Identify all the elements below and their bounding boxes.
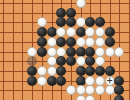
- white-stone: [85, 37, 95, 47]
- white-stone: [37, 17, 47, 27]
- black-stone: [105, 27, 115, 37]
- white-stone: [105, 85, 115, 95]
- black-stone: [114, 85, 124, 95]
- black-stone: [27, 76, 37, 86]
- white-stone: [85, 76, 95, 86]
- black-stone: [105, 66, 115, 76]
- white-stone: [95, 85, 105, 95]
- black-stone: [85, 66, 95, 76]
- white-stone: [76, 56, 86, 66]
- black-stone: [85, 56, 95, 66]
- black-stone: [95, 66, 105, 76]
- white-stone: [47, 37, 57, 47]
- white-stone: [105, 47, 115, 57]
- black-stone: [56, 66, 66, 76]
- black-stone: [47, 27, 57, 37]
- white-stone: [37, 66, 47, 76]
- black-stone: [76, 66, 86, 76]
- black-stone: [47, 76, 57, 86]
- white-stone-last-move: +: [105, 76, 115, 86]
- white-stone: [85, 27, 95, 37]
- white-stone: [76, 95, 86, 100]
- black-stone: [105, 37, 115, 47]
- white-stone: [56, 47, 66, 57]
- white-stone: [95, 56, 105, 66]
- black-stone: [114, 95, 124, 100]
- white-stone: [95, 76, 105, 86]
- white-stone: [37, 76, 47, 86]
- white-stone: [47, 66, 57, 76]
- black-stone: [66, 56, 76, 66]
- black-stone: [56, 17, 66, 27]
- white-stone: [27, 47, 37, 57]
- white-stone: [95, 27, 105, 37]
- black-stone: [27, 66, 37, 76]
- black-stone: [56, 37, 66, 47]
- black-stone: [66, 47, 76, 57]
- black-stone: [66, 8, 76, 18]
- grid-line-vertical: [129, 0, 130, 100]
- black-stone: [56, 8, 66, 18]
- black-stone: [66, 37, 76, 47]
- black-stone: [66, 17, 76, 27]
- black-stone: [85, 17, 95, 27]
- black-stone: [76, 27, 86, 37]
- black-stone: [56, 56, 66, 66]
- black-stone: [56, 76, 66, 86]
- black-stone: [37, 27, 47, 37]
- white-stone: [66, 85, 76, 95]
- grid-line-vertical: [13, 0, 14, 100]
- black-stone: [76, 47, 86, 57]
- white-stone: [76, 85, 86, 95]
- go-game-window: +: [0, 0, 130, 100]
- black-stone: [85, 47, 95, 57]
- white-stone: [56, 27, 66, 37]
- black-stone: [76, 76, 86, 86]
- white-stone: [47, 56, 57, 66]
- ghost-stone: [27, 56, 37, 66]
- go-board[interactable]: +: [0, 0, 130, 100]
- white-stone: [95, 47, 105, 57]
- white-stone: [76, 17, 86, 27]
- white-stone: [66, 27, 76, 37]
- white-stone: [76, 37, 86, 47]
- white-stone: [85, 85, 95, 95]
- white-stone: [85, 95, 95, 100]
- black-stone: [37, 47, 47, 57]
- last-move-plus-marker: +: [106, 77, 113, 85]
- grid-line-horizontal: [0, 3, 130, 4]
- white-stone: [47, 47, 57, 57]
- white-stone: [95, 37, 105, 47]
- grid-line-vertical: [22, 0, 23, 100]
- grid-line-vertical: [3, 0, 4, 100]
- white-stone: [114, 47, 124, 57]
- black-stone: [37, 37, 47, 47]
- black-stone: [114, 76, 124, 86]
- black-stone: [95, 17, 105, 27]
- white-stone: [76, 0, 86, 8]
